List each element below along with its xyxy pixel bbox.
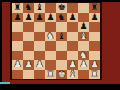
square-e5: ♝ [56,32,67,42]
square-h7: ♟ [89,13,100,23]
black-pawn-piece: ♟ [35,13,43,22]
square-d5: ♞ [45,32,56,42]
square-c3 [34,51,45,61]
square-b2: ♟ [23,60,34,70]
square-e3 [56,51,67,61]
square-f8 [67,3,78,13]
square-b7: ♟ [23,13,34,23]
square-f6 [67,22,78,32]
square-e1: ♚ [56,70,67,80]
white-knight-piece: ♞ [79,51,87,60]
square-f4 [67,41,78,51]
black-pawn-piece: ♟ [13,13,21,22]
black-knight-piece: ♞ [57,13,65,22]
square-g6: ♟ [78,22,89,32]
square-c2: ♟ [34,60,45,70]
square-c5 [34,32,45,42]
black-bishop-piece: ♝ [35,3,43,12]
square-b3 [23,51,34,61]
square-g4 [78,41,89,51]
square-g2: ♟ [78,60,89,70]
square-b4 [23,41,34,51]
white-knight-piece: ♞ [46,32,54,41]
square-a6 [12,22,23,32]
white-bishop-piece: ♝ [79,32,87,41]
square-e6 [56,22,67,32]
square-h1: ♜ [89,70,100,80]
square-b5 [23,32,34,42]
square-b8: ♞ [23,3,34,13]
black-pawn-piece: ♟ [90,13,98,22]
white-pawn-piece: ♟ [79,60,87,69]
square-e8: ♚ [56,3,67,13]
square-c4 [34,41,45,51]
square-d4 [45,41,56,51]
square-f2: ♟ [67,60,78,70]
square-g1 [78,70,89,80]
white-rook-piece: ♜ [90,70,98,79]
square-a7: ♟ [12,13,23,23]
white-king-piece: ♚ [57,70,65,79]
white-pawn-piece: ♟ [35,60,43,69]
square-f3 [67,51,78,61]
black-king-piece: ♚ [57,3,65,12]
square-a3 [12,51,23,61]
letterbox-top [0,0,120,2]
square-a1 [12,70,23,80]
black-rook-piece: ♜ [13,3,21,12]
white-pawn-piece: ♟ [90,60,98,69]
square-f1: ♝ [67,70,78,80]
square-e2 [56,60,67,70]
square-h5 [89,32,100,42]
square-h2: ♟ [89,60,100,70]
square-a8: ♜ [12,3,23,13]
square-a4 [12,41,23,51]
white-pawn-piece: ♟ [24,60,32,69]
chess-board: ♜♞♝♚♜♟♟♟♟♞♟♟♟♞♝♝♞♟♟♟♟♟♟♜♚♝♜ [12,3,100,79]
black-rook-piece: ♜ [90,3,98,12]
square-c8: ♝ [34,3,45,13]
square-e7: ♞ [56,13,67,23]
square-e4 [56,41,67,51]
square-f7: ♟ [67,13,78,23]
square-d7: ♟ [45,13,56,23]
square-h6 [89,22,100,32]
square-d6 [45,22,56,32]
square-d1: ♜ [45,70,56,80]
video-frame: ♜♞♝♚♜♟♟♟♟♞♟♟♟♞♝♝♞♟♟♟♟♟♟♜♚♝♜ [0,0,120,90]
black-pawn-piece: ♟ [46,13,54,22]
white-pawn-piece: ♟ [68,60,76,69]
black-pawn-piece: ♟ [79,22,87,31]
square-a5 [12,32,23,42]
square-c7: ♟ [34,13,45,23]
square-h3 [89,51,100,61]
white-rook-piece: ♜ [46,70,54,79]
white-pawn-piece: ♟ [13,60,21,69]
black-pawn-piece: ♟ [24,13,32,22]
square-g8 [78,3,89,13]
square-b1 [23,70,34,80]
square-d8 [45,3,56,13]
square-h4 [89,41,100,51]
square-a2: ♟ [12,60,23,70]
square-c6 [34,22,45,32]
white-bishop-piece: ♝ [68,70,76,79]
square-f5 [67,32,78,42]
letterbox-bottom [0,84,120,90]
black-bishop-piece: ♝ [57,32,65,41]
square-d2 [45,60,56,70]
square-g7 [78,13,89,23]
square-c1 [34,70,45,80]
black-knight-piece: ♞ [24,3,32,12]
square-h8: ♜ [89,3,100,13]
black-pawn-piece: ♟ [68,13,76,22]
square-d3 [45,51,56,61]
square-g3: ♞ [78,51,89,61]
square-g5: ♝ [78,32,89,42]
square-b6 [23,22,34,32]
